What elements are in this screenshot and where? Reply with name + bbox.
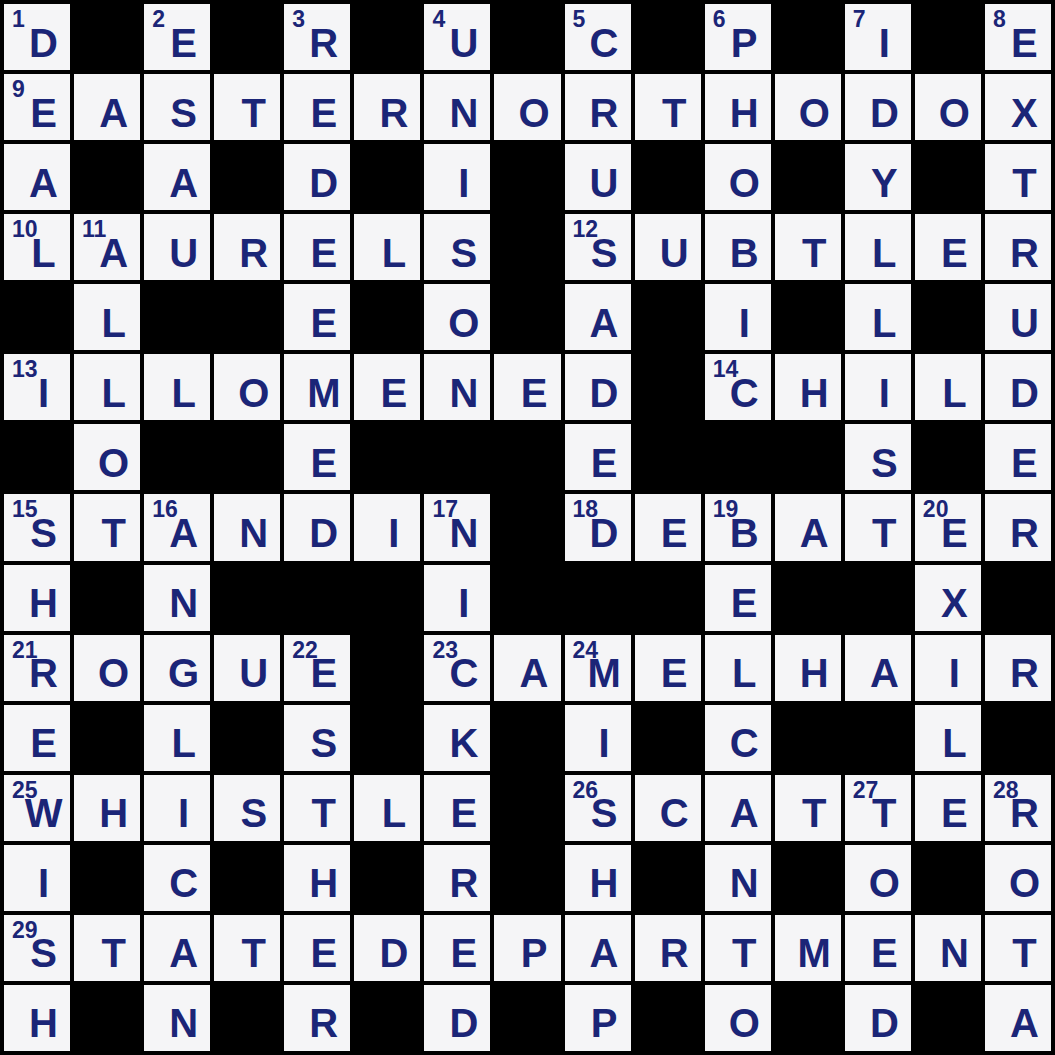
cell-letter: I xyxy=(565,705,631,771)
cell-letter: U xyxy=(214,635,280,701)
cell-letter: S xyxy=(4,915,70,981)
cell-r3c5[interactable]: L xyxy=(354,214,420,280)
cell-r13c6[interactable]: E xyxy=(424,915,490,981)
cell-r1c9[interactable]: T xyxy=(635,74,701,140)
cell-letter: C xyxy=(705,705,771,771)
cell-r10c0[interactable]: E xyxy=(4,705,70,771)
cell-letter: A xyxy=(74,214,140,280)
cell-r1c3[interactable]: T xyxy=(214,74,280,140)
cell-letter: D xyxy=(284,494,350,560)
cell-r2c8[interactable]: U xyxy=(565,144,631,210)
cell-r8c0[interactable]: H xyxy=(4,565,70,631)
cell-letter: N xyxy=(915,915,981,981)
black-cell-r2c13 xyxy=(915,144,981,210)
cell-letter: S xyxy=(284,705,350,771)
cell-letter: L xyxy=(354,775,420,841)
cell-letter: E xyxy=(915,775,981,841)
cell-r3c13[interactable]: E xyxy=(915,214,981,280)
cell-r12c4[interactable]: H xyxy=(284,845,350,911)
cell-r10c10[interactable]: C xyxy=(705,705,771,771)
cell-r0c4[interactable]: 3R xyxy=(284,4,350,70)
black-cell-r14c9 xyxy=(635,985,701,1051)
cell-letter: P xyxy=(705,4,771,70)
cell-r8c10[interactable]: E xyxy=(705,565,771,631)
cell-r13c1[interactable]: T xyxy=(74,915,140,981)
cell-r3c14[interactable]: R xyxy=(985,214,1051,280)
cell-letter: H xyxy=(775,635,841,701)
cell-letter: T xyxy=(845,494,911,560)
cell-letter: A xyxy=(705,775,771,841)
cell-r9c10[interactable]: L xyxy=(705,635,771,701)
cell-letter: N xyxy=(424,354,490,420)
cell-r3c8[interactable]: 12S xyxy=(565,214,631,280)
cell-r13c2[interactable]: A xyxy=(144,915,210,981)
cell-r4c12[interactable]: L xyxy=(845,284,911,350)
cell-r1c2[interactable]: S xyxy=(144,74,210,140)
cell-letter: E xyxy=(4,705,70,771)
cell-r7c8[interactable]: 18D xyxy=(565,494,631,560)
cell-r7c6[interactable]: 17N xyxy=(424,494,490,560)
cell-r6c14[interactable]: E xyxy=(985,424,1051,490)
cell-r14c0[interactable]: H xyxy=(4,985,70,1051)
cell-r14c4[interactable]: R xyxy=(284,985,350,1051)
cell-letter: R xyxy=(214,214,280,280)
cell-letter: A xyxy=(4,144,70,210)
cell-r11c1[interactable]: H xyxy=(74,775,140,841)
cell-letter: X xyxy=(915,565,981,631)
cell-letter: E xyxy=(565,424,631,490)
cell-r5c13[interactable]: L xyxy=(915,354,981,420)
black-cell-r10c11 xyxy=(775,705,841,771)
cell-r13c3[interactable]: T xyxy=(214,915,280,981)
cell-letter: H xyxy=(705,74,771,140)
cell-letter: H xyxy=(775,354,841,420)
black-cell-r4c9 xyxy=(635,284,701,350)
cell-r1c11[interactable]: O xyxy=(775,74,841,140)
cell-r14c6[interactable]: D xyxy=(424,985,490,1051)
black-cell-r0c9 xyxy=(635,4,701,70)
cell-r2c0[interactable]: A xyxy=(4,144,70,210)
cell-letter: P xyxy=(494,915,560,981)
cell-r6c8[interactable]: E xyxy=(565,424,631,490)
cell-r5c11[interactable]: H xyxy=(775,354,841,420)
cell-letter: A xyxy=(144,915,210,981)
cell-r5c14[interactable]: D xyxy=(985,354,1051,420)
cell-r8c13[interactable]: X xyxy=(915,565,981,631)
cell-r2c4[interactable]: D xyxy=(284,144,350,210)
cell-letter: C xyxy=(635,775,701,841)
cell-r5c12[interactable]: I xyxy=(845,354,911,420)
cell-letter: O xyxy=(74,424,140,490)
cell-letter: O xyxy=(705,144,771,210)
cell-r7c9[interactable]: E xyxy=(635,494,701,560)
black-cell-r6c9 xyxy=(635,424,701,490)
cell-r5c3[interactable]: O xyxy=(214,354,280,420)
cell-r3c4[interactable]: E xyxy=(284,214,350,280)
cell-r1c5[interactable]: R xyxy=(354,74,420,140)
cell-letter: D xyxy=(845,985,911,1051)
black-cell-r10c3 xyxy=(214,705,280,771)
cell-r6c4[interactable]: E xyxy=(284,424,350,490)
cell-r9c6[interactable]: 23C xyxy=(424,635,490,701)
cell-r3c6[interactable]: S xyxy=(424,214,490,280)
cell-r11c13[interactable]: E xyxy=(915,775,981,841)
black-cell-r14c11 xyxy=(775,985,841,1051)
cell-r12c0[interactable]: I xyxy=(4,845,70,911)
cell-r3c9[interactable]: U xyxy=(635,214,701,280)
cell-r11c8[interactable]: 26S xyxy=(565,775,631,841)
black-cell-r4c2 xyxy=(144,284,210,350)
cell-letter: P xyxy=(565,985,631,1051)
cell-r13c13[interactable]: N xyxy=(915,915,981,981)
black-cell-r14c7 xyxy=(494,985,560,1051)
cell-letter: O xyxy=(845,845,911,911)
cell-r6c1[interactable]: O xyxy=(74,424,140,490)
cell-r9c0[interactable]: 21R xyxy=(4,635,70,701)
cell-r0c14[interactable]: 8E xyxy=(985,4,1051,70)
cell-r4c1[interactable]: L xyxy=(74,284,140,350)
black-cell-r6c11 xyxy=(775,424,841,490)
cell-r2c6[interactable]: I xyxy=(424,144,490,210)
cell-r0c12[interactable]: 7I xyxy=(845,4,911,70)
cell-r7c13[interactable]: 20E xyxy=(915,494,981,560)
cell-r0c6[interactable]: 4U xyxy=(424,4,490,70)
black-cell-r2c7 xyxy=(494,144,560,210)
cell-r7c11[interactable]: A xyxy=(775,494,841,560)
cell-r5c6[interactable]: N xyxy=(424,354,490,420)
cell-r1c4[interactable]: E xyxy=(284,74,350,140)
black-cell-r5c9 xyxy=(635,354,701,420)
cell-letter: O xyxy=(214,354,280,420)
cell-r12c12[interactable]: O xyxy=(845,845,911,911)
cell-r0c10[interactable]: 6P xyxy=(705,4,771,70)
black-cell-r0c11 xyxy=(775,4,841,70)
cell-r7c12[interactable]: T xyxy=(845,494,911,560)
cell-r5c10[interactable]: 14C xyxy=(705,354,771,420)
cell-letter: T xyxy=(985,915,1051,981)
cell-r1c6[interactable]: N xyxy=(424,74,490,140)
cell-r9c3[interactable]: U xyxy=(214,635,280,701)
cell-letter: E xyxy=(635,494,701,560)
cell-letter: K xyxy=(424,705,490,771)
cell-r9c9[interactable]: E xyxy=(635,635,701,701)
cell-letter: O xyxy=(494,74,560,140)
cell-letter: E xyxy=(144,4,210,70)
black-cell-r2c5 xyxy=(354,144,420,210)
cell-r5c5[interactable]: E xyxy=(354,354,420,420)
cell-letter: C xyxy=(705,354,771,420)
cell-r7c10[interactable]: 19B xyxy=(705,494,771,560)
cell-letter: I xyxy=(424,565,490,631)
cell-r2c14[interactable]: T xyxy=(985,144,1051,210)
cell-r5c8[interactable]: D xyxy=(565,354,631,420)
cell-r2c12[interactable]: Y xyxy=(845,144,911,210)
cell-letter: L xyxy=(74,284,140,350)
cell-r9c13[interactable]: I xyxy=(915,635,981,701)
cell-letter: D xyxy=(4,4,70,70)
cell-r1c8[interactable]: R xyxy=(565,74,631,140)
cell-letter: E xyxy=(284,635,350,701)
black-cell-r4c5 xyxy=(354,284,420,350)
cell-letter: L xyxy=(915,705,981,771)
cell-letter: I xyxy=(845,354,911,420)
cell-r1c7[interactable]: O xyxy=(494,74,560,140)
cell-r5c1[interactable]: L xyxy=(74,354,140,420)
cell-letter: Y xyxy=(845,144,911,210)
cell-letter: A xyxy=(494,635,560,701)
cell-r3c2[interactable]: U xyxy=(144,214,210,280)
cell-letter: I xyxy=(4,354,70,420)
black-cell-r6c0 xyxy=(4,424,70,490)
cell-r14c10[interactable]: O xyxy=(705,985,771,1051)
cell-letter: L xyxy=(74,354,140,420)
cell-r0c0[interactable]: 1D xyxy=(4,4,70,70)
cell-letter: S xyxy=(565,775,631,841)
cell-letter: E xyxy=(284,915,350,981)
cell-letter: H xyxy=(4,565,70,631)
black-cell-r10c9 xyxy=(635,705,701,771)
cell-letter: I xyxy=(915,635,981,701)
black-cell-r6c13 xyxy=(915,424,981,490)
black-cell-r8c3 xyxy=(214,565,280,631)
cell-r11c11[interactable]: T xyxy=(775,775,841,841)
cell-r11c2[interactable]: I xyxy=(144,775,210,841)
black-cell-r12c3 xyxy=(214,845,280,911)
cell-r11c9[interactable]: C xyxy=(635,775,701,841)
cell-r8c2[interactable]: N xyxy=(144,565,210,631)
cell-r3c12[interactable]: L xyxy=(845,214,911,280)
cell-r12c2[interactable]: C xyxy=(144,845,210,911)
cell-letter: T xyxy=(845,775,911,841)
black-cell-r12c7 xyxy=(494,845,560,911)
cell-letter: L xyxy=(705,635,771,701)
black-cell-r8c7 xyxy=(494,565,560,631)
cell-r12c6[interactable]: R xyxy=(424,845,490,911)
black-cell-r10c1 xyxy=(74,705,140,771)
cell-letter: X xyxy=(985,74,1051,140)
cell-letter: E xyxy=(705,565,771,631)
cell-r7c5[interactable]: I xyxy=(354,494,420,560)
cell-letter: H xyxy=(74,775,140,841)
cell-r9c14[interactable]: R xyxy=(985,635,1051,701)
cell-r9c8[interactable]: 24M xyxy=(565,635,631,701)
cell-r13c11[interactable]: M xyxy=(775,915,841,981)
cell-r9c2[interactable]: G xyxy=(144,635,210,701)
cell-r11c10[interactable]: A xyxy=(705,775,771,841)
cell-r7c1[interactable]: T xyxy=(74,494,140,560)
cell-r5c0[interactable]: 13I xyxy=(4,354,70,420)
cell-letter: E xyxy=(284,424,350,490)
cell-r13c8[interactable]: A xyxy=(565,915,631,981)
cell-r12c8[interactable]: H xyxy=(565,845,631,911)
cell-letter: O xyxy=(915,74,981,140)
cell-r7c2[interactable]: 16A xyxy=(144,494,210,560)
cell-r10c2[interactable]: L xyxy=(144,705,210,771)
cell-letter: S xyxy=(424,214,490,280)
cell-r14c8[interactable]: P xyxy=(565,985,631,1051)
cell-r10c4[interactable]: S xyxy=(284,705,350,771)
cell-letter: O xyxy=(775,74,841,140)
cell-r11c3[interactable]: S xyxy=(214,775,280,841)
cell-r3c0[interactable]: 10L xyxy=(4,214,70,280)
black-cell-r14c13 xyxy=(915,985,981,1051)
cell-r9c11[interactable]: H xyxy=(775,635,841,701)
cell-letter: A xyxy=(775,494,841,560)
cell-r14c12[interactable]: D xyxy=(845,985,911,1051)
black-cell-r2c11 xyxy=(775,144,841,210)
cell-r10c13[interactable]: L xyxy=(915,705,981,771)
cell-letter: D xyxy=(845,74,911,140)
cell-letter: E xyxy=(915,494,981,560)
cell-letter: O xyxy=(705,985,771,1051)
cell-r3c10[interactable]: B xyxy=(705,214,771,280)
cell-letter: T xyxy=(214,74,280,140)
cell-r1c0[interactable]: 9E xyxy=(4,74,70,140)
black-cell-r9c5 xyxy=(354,635,420,701)
cell-r4c14[interactable]: U xyxy=(985,284,1051,350)
crossword-board: 1D2E3R4U5C6P7I8E9EASTERNORTHODOXAADIUOYT… xyxy=(0,0,1055,1055)
cell-letter: R xyxy=(635,915,701,981)
cell-r1c1[interactable]: A xyxy=(74,74,140,140)
cell-letter: H xyxy=(4,985,70,1051)
black-cell-r4c3 xyxy=(214,284,280,350)
cell-r1c12[interactable]: D xyxy=(845,74,911,140)
cell-letter: S xyxy=(4,494,70,560)
cell-r7c4[interactable]: D xyxy=(284,494,350,560)
cell-r6c12[interactable]: S xyxy=(845,424,911,490)
cell-r4c10[interactable]: I xyxy=(705,284,771,350)
cell-r5c7[interactable]: E xyxy=(494,354,560,420)
cell-r13c0[interactable]: 29S xyxy=(4,915,70,981)
cell-r12c14[interactable]: O xyxy=(985,845,1051,911)
black-cell-r10c5 xyxy=(354,705,420,771)
cell-letter: O xyxy=(424,284,490,350)
cell-letter: O xyxy=(985,845,1051,911)
cell-letter: N xyxy=(424,494,490,560)
cell-r9c12[interactable]: A xyxy=(845,635,911,701)
cell-letter: D xyxy=(565,354,631,420)
cell-letter: E xyxy=(284,214,350,280)
cell-r3c1[interactable]: 11A xyxy=(74,214,140,280)
cell-r13c5[interactable]: D xyxy=(354,915,420,981)
cell-r2c2[interactable]: A xyxy=(144,144,210,210)
black-cell-r6c2 xyxy=(144,424,210,490)
black-cell-r14c3 xyxy=(214,985,280,1051)
cell-r13c14[interactable]: T xyxy=(985,915,1051,981)
cell-r13c12[interactable]: E xyxy=(845,915,911,981)
black-cell-r12c5 xyxy=(354,845,420,911)
cell-r13c10[interactable]: T xyxy=(705,915,771,981)
cell-letter: T xyxy=(985,144,1051,210)
cell-letter: D xyxy=(354,915,420,981)
cell-letter: R xyxy=(985,775,1051,841)
cell-r11c14[interactable]: 28R xyxy=(985,775,1051,841)
cell-r10c6[interactable]: K xyxy=(424,705,490,771)
cell-r3c11[interactable]: T xyxy=(775,214,841,280)
cell-letter: R xyxy=(985,635,1051,701)
cell-r5c2[interactable]: L xyxy=(144,354,210,420)
cell-r1c14[interactable]: X xyxy=(985,74,1051,140)
cell-letter: S xyxy=(845,424,911,490)
cell-r0c8[interactable]: 5C xyxy=(565,4,631,70)
cell-r2c10[interactable]: O xyxy=(705,144,771,210)
cell-r14c14[interactable]: A xyxy=(985,985,1051,1051)
cell-letter: N xyxy=(214,494,280,560)
cell-letter: R xyxy=(565,74,631,140)
black-cell-r2c3 xyxy=(214,144,280,210)
cell-r11c6[interactable]: E xyxy=(424,775,490,841)
cell-letter: L xyxy=(354,214,420,280)
cell-letter: U xyxy=(635,214,701,280)
cell-r11c12[interactable]: 27T xyxy=(845,775,911,841)
cell-r9c7[interactable]: A xyxy=(494,635,560,701)
cell-r11c5[interactable]: L xyxy=(354,775,420,841)
cell-letter: I xyxy=(424,144,490,210)
cell-letter: I xyxy=(4,845,70,911)
cell-letter: E xyxy=(4,74,70,140)
cell-r14c2[interactable]: N xyxy=(144,985,210,1051)
cell-r4c6[interactable]: O xyxy=(424,284,490,350)
black-cell-r0c5 xyxy=(354,4,420,70)
cell-r13c7[interactable]: P xyxy=(494,915,560,981)
cell-letter: I xyxy=(144,775,210,841)
cell-r10c8[interactable]: I xyxy=(565,705,631,771)
cell-r12c10[interactable]: N xyxy=(705,845,771,911)
cell-letter: A xyxy=(565,284,631,350)
black-cell-r12c9 xyxy=(635,845,701,911)
black-cell-r6c3 xyxy=(214,424,280,490)
cell-r9c1[interactable]: O xyxy=(74,635,140,701)
cell-r4c4[interactable]: E xyxy=(284,284,350,350)
cell-r1c13[interactable]: O xyxy=(915,74,981,140)
black-cell-r8c14 xyxy=(985,565,1051,631)
cell-letter: E xyxy=(985,4,1051,70)
cell-r9c4[interactable]: 22E xyxy=(284,635,350,701)
cell-letter: L xyxy=(915,354,981,420)
cell-r8c6[interactable]: I xyxy=(424,565,490,631)
cell-letter: I xyxy=(845,4,911,70)
cell-letter: S xyxy=(144,74,210,140)
black-cell-r10c14 xyxy=(985,705,1051,771)
cell-r11c4[interactable]: T xyxy=(284,775,350,841)
cell-r13c4[interactable]: E xyxy=(284,915,350,981)
cell-letter: R xyxy=(424,845,490,911)
cell-r5c4[interactable]: M xyxy=(284,354,350,420)
cell-letter: A xyxy=(565,915,631,981)
cell-r0c2[interactable]: 2E xyxy=(144,4,210,70)
cell-r1c10[interactable]: H xyxy=(705,74,771,140)
cell-letter: N xyxy=(144,985,210,1051)
cell-r11c0[interactable]: 25W xyxy=(4,775,70,841)
cell-r4c8[interactable]: A xyxy=(565,284,631,350)
cell-letter: E xyxy=(845,915,911,981)
cell-letter: L xyxy=(4,214,70,280)
black-cell-r0c13 xyxy=(915,4,981,70)
cell-letter: M xyxy=(565,635,631,701)
black-cell-r11c7 xyxy=(494,775,560,841)
black-cell-r6c10 xyxy=(705,424,771,490)
black-cell-r12c1 xyxy=(74,845,140,911)
cell-r7c3[interactable]: N xyxy=(214,494,280,560)
cell-letter: T xyxy=(74,915,140,981)
cell-r13c9[interactable]: R xyxy=(635,915,701,981)
black-cell-r8c5 xyxy=(354,565,420,631)
cell-letter: A xyxy=(144,494,210,560)
cell-r7c0[interactable]: 15S xyxy=(4,494,70,560)
black-cell-r12c13 xyxy=(915,845,981,911)
cell-r7c14[interactable]: R xyxy=(985,494,1051,560)
cell-r3c3[interactable]: R xyxy=(214,214,280,280)
